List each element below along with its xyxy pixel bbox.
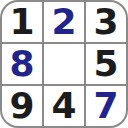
cell-r1c2[interactable]: 5 xyxy=(86,44,126,84)
cell-r2c2[interactable]: 7 xyxy=(86,86,126,126)
cell-r0c2[interactable]: 3 xyxy=(86,2,126,42)
cell-r1c1[interactable] xyxy=(44,44,84,84)
cell-r1c0[interactable]: 8 xyxy=(2,44,42,84)
cell-r2c0[interactable]: 9 xyxy=(2,86,42,126)
sudoku-board: 1 2 3 8 5 9 4 7 xyxy=(0,0,128,128)
cell-r0c0[interactable]: 1 xyxy=(2,2,42,42)
cell-r0c1[interactable]: 2 xyxy=(44,2,84,42)
cell-r2c1[interactable]: 4 xyxy=(44,86,84,126)
